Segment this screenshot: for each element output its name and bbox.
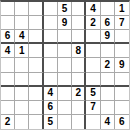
sudoku-cell-r8c8-empty[interactable] xyxy=(101,101,115,115)
sudoku-cell-r2c4-empty[interactable] xyxy=(44,16,58,30)
sudoku-cell-r3c8-given[interactable]: 9 xyxy=(101,30,115,44)
sudoku-cell-r4c4-empty[interactable] xyxy=(44,44,58,58)
sudoku-cell-r1c5-given[interactable]: 5 xyxy=(58,2,72,16)
sudoku-board: 541926764941829425672546 xyxy=(0,0,130,130)
sudoku-cell-r8c2-empty[interactable] xyxy=(15,101,29,115)
sudoku-cell-r7c4-given[interactable]: 4 xyxy=(44,87,58,101)
sudoku-cell-r3c5-empty[interactable] xyxy=(58,30,72,44)
sudoku-cell-r5c2-empty[interactable] xyxy=(15,58,29,72)
sudoku-cell-r3c1-given[interactable]: 6 xyxy=(1,30,15,44)
sudoku-cell-r8c9-empty[interactable] xyxy=(115,101,129,115)
sudoku-cell-r8c4-given[interactable]: 6 xyxy=(44,101,58,115)
sudoku-cell-r1c7-given[interactable]: 4 xyxy=(86,2,100,16)
sudoku-cell-r3c4-empty[interactable] xyxy=(44,30,58,44)
sudoku-cell-r7c5-empty[interactable] xyxy=(58,87,72,101)
sudoku-cell-r2c1-empty[interactable] xyxy=(1,16,15,30)
sudoku-cell-r2c2-empty[interactable] xyxy=(15,16,29,30)
sudoku-cell-r8c1-empty[interactable] xyxy=(1,101,15,115)
sudoku-cell-r6c5-empty[interactable] xyxy=(58,73,72,87)
sudoku-cell-r6c9-empty[interactable] xyxy=(115,73,129,87)
sudoku-cell-r4c7-empty[interactable] xyxy=(86,44,100,58)
sudoku-cell-r1c6-empty[interactable] xyxy=(72,2,86,16)
sudoku-cell-r6c6-empty[interactable] xyxy=(72,73,86,87)
sudoku-cell-r9c1-given[interactable]: 2 xyxy=(1,115,15,129)
sudoku-cell-r4c1-given[interactable]: 4 xyxy=(1,44,15,58)
sudoku-cell-r7c9-empty[interactable] xyxy=(115,87,129,101)
sudoku-cell-r1c1-empty[interactable] xyxy=(1,2,15,16)
sudoku-cell-r9c3-empty[interactable] xyxy=(29,115,43,129)
sudoku-cell-r9c9-given[interactable]: 6 xyxy=(115,115,129,129)
sudoku-cell-r5c8-given[interactable]: 2 xyxy=(101,58,115,72)
sudoku-cell-r6c4-empty[interactable] xyxy=(44,73,58,87)
sudoku-cell-r4c2-given[interactable]: 1 xyxy=(15,44,29,58)
sudoku-cell-r4c9-empty[interactable] xyxy=(115,44,129,58)
sudoku-cell-r4c6-given[interactable]: 8 xyxy=(72,44,86,58)
sudoku-cell-r4c8-empty[interactable] xyxy=(101,44,115,58)
sudoku-cell-r9c5-empty[interactable] xyxy=(58,115,72,129)
sudoku-cell-r4c5-empty[interactable] xyxy=(58,44,72,58)
sudoku-cell-r3c2-given[interactable]: 4 xyxy=(15,30,29,44)
sudoku-cell-r2c5-given[interactable]: 9 xyxy=(58,16,72,30)
sudoku-cell-r9c8-given[interactable]: 4 xyxy=(101,115,115,129)
sudoku-cell-r6c1-empty[interactable] xyxy=(1,73,15,87)
sudoku-cell-r8c3-empty[interactable] xyxy=(29,101,43,115)
sudoku-cell-r9c4-given[interactable]: 5 xyxy=(44,115,58,129)
sudoku-cell-r1c4-empty[interactable] xyxy=(44,2,58,16)
sudoku-cell-r5c5-empty[interactable] xyxy=(58,58,72,72)
sudoku-cell-r7c8-empty[interactable] xyxy=(101,87,115,101)
sudoku-cell-r5c1-empty[interactable] xyxy=(1,58,15,72)
sudoku-cell-r2c3-empty[interactable] xyxy=(29,16,43,30)
sudoku-cell-r9c6-empty[interactable] xyxy=(72,115,86,129)
sudoku-cell-r1c9-given[interactable]: 1 xyxy=(115,2,129,16)
sudoku-cell-r8c5-empty[interactable] xyxy=(58,101,72,115)
sudoku-cell-r9c7-empty[interactable] xyxy=(86,115,100,129)
sudoku-cell-r6c7-empty[interactable] xyxy=(86,73,100,87)
sudoku-cell-r7c6-given[interactable]: 2 xyxy=(72,87,86,101)
sudoku-cell-r6c3-empty[interactable] xyxy=(29,73,43,87)
sudoku-cell-r9c2-empty[interactable] xyxy=(15,115,29,129)
sudoku-cell-r5c7-empty[interactable] xyxy=(86,58,100,72)
sudoku-cell-r2c9-given[interactable]: 7 xyxy=(115,16,129,30)
sudoku-cell-r3c6-empty[interactable] xyxy=(72,30,86,44)
sudoku-cell-r7c1-empty[interactable] xyxy=(1,87,15,101)
sudoku-cell-r2c7-given[interactable]: 2 xyxy=(86,16,100,30)
sudoku-cell-r5c4-empty[interactable] xyxy=(44,58,58,72)
sudoku-cell-r2c8-given[interactable]: 6 xyxy=(101,16,115,30)
sudoku-cell-r3c7-empty[interactable] xyxy=(86,30,100,44)
sudoku-cell-r1c8-empty[interactable] xyxy=(101,2,115,16)
sudoku-cell-r3c3-empty[interactable] xyxy=(29,30,43,44)
sudoku-cell-r5c3-empty[interactable] xyxy=(29,58,43,72)
sudoku-cell-r7c7-given[interactable]: 5 xyxy=(86,87,100,101)
sudoku-cell-r6c2-empty[interactable] xyxy=(15,73,29,87)
sudoku-cell-r5c9-given[interactable]: 9 xyxy=(115,58,129,72)
sudoku-cell-r3c9-empty[interactable] xyxy=(115,30,129,44)
sudoku-cell-r5c6-empty[interactable] xyxy=(72,58,86,72)
sudoku-cell-r8c6-empty[interactable] xyxy=(72,101,86,115)
sudoku-cell-r1c2-empty[interactable] xyxy=(15,2,29,16)
sudoku-cell-r2c6-empty[interactable] xyxy=(72,16,86,30)
sudoku-cell-r7c2-empty[interactable] xyxy=(15,87,29,101)
sudoku-cell-r8c7-given[interactable]: 7 xyxy=(86,101,100,115)
sudoku-cell-r6c8-empty[interactable] xyxy=(101,73,115,87)
sudoku-cell-r1c3-empty[interactable] xyxy=(29,2,43,16)
sudoku-cell-r4c3-empty[interactable] xyxy=(29,44,43,58)
sudoku-cell-r7c3-empty[interactable] xyxy=(29,87,43,101)
